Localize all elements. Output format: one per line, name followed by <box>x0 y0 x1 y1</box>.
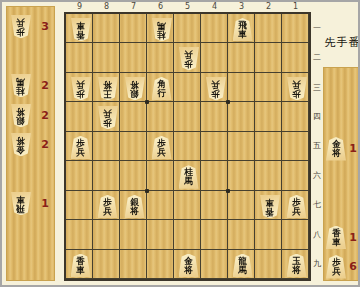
koma-kanji: 歩 <box>184 59 193 68</box>
koma-kanji: 兵 <box>103 108 112 117</box>
koma-kanji: 金 <box>17 144 26 153</box>
koma-kanji: 将 <box>17 135 26 144</box>
hand-piece-gote-桂馬[interactable]: 桂馬 <box>11 74 31 98</box>
column-label-6: 6 <box>147 2 174 11</box>
shogi-piece-6五[interactable]: 歩兵 <box>152 136 172 160</box>
koma-kanji: 歩 <box>103 118 112 127</box>
hand-piece-sente-金将[interactable]: 金将 <box>326 137 346 161</box>
shogi-piece-7七[interactable]: 銀将 <box>125 195 145 219</box>
koma-kanji: 兵 <box>76 148 85 157</box>
koma-kanji: 飛 <box>17 203 26 212</box>
column-label-4: 4 <box>201 2 228 11</box>
hand-piece-gote-飛車[interactable]: 飛車 <box>11 192 31 216</box>
shogi-piece-8三[interactable]: 王将 <box>98 77 118 101</box>
row-label-3: 三 <box>311 83 323 93</box>
shogi-piece-6一[interactable]: 桂馬 <box>152 18 172 42</box>
koma-kanji: 将 <box>130 207 139 216</box>
shogi-piece-8七[interactable]: 歩兵 <box>98 195 118 219</box>
koma-kanji: 車 <box>17 194 26 203</box>
koma-kanji: 車 <box>76 20 85 29</box>
hand-piece-sente-香車[interactable]: 香車 <box>326 226 346 250</box>
turn-indicator: 先手番 <box>323 35 360 50</box>
row-label-1: 一 <box>311 24 323 34</box>
koma-kanji: 兵 <box>17 17 26 26</box>
shogi-app-window: 歩兵3桂馬2銀将2金将2飛車1 香車桂馬飛車歩兵歩兵王将銀将角行歩兵歩兵歩兵歩兵… <box>0 0 360 287</box>
sente-hand-tray[interactable]: 金将1香車1歩兵6 <box>323 67 359 281</box>
shogi-piece-2七[interactable]: 香車 <box>260 195 280 219</box>
koma-kanji: 兵 <box>76 79 85 88</box>
shogi-piece-8四[interactable]: 歩兵 <box>98 106 118 130</box>
hand-count-sente-香車: 1 <box>346 231 360 245</box>
koma-kanji: 将 <box>17 106 26 115</box>
koma-kanji: 兵 <box>184 50 193 59</box>
koma-kanji: 馬 <box>157 20 166 29</box>
row-label-4: 四 <box>311 112 323 122</box>
shogi-piece-7三[interactable]: 銀将 <box>125 77 145 101</box>
hand-piece-gote-銀将[interactable]: 銀将 <box>11 104 31 128</box>
koma-kanji: 歩 <box>292 88 301 97</box>
row-label-6: 六 <box>311 171 323 181</box>
hand-count-gote-飛車: 1 <box>38 197 52 211</box>
column-label-8: 8 <box>93 2 120 11</box>
shogi-piece-1三[interactable]: 歩兵 <box>287 77 307 101</box>
hand-count-gote-金将: 2 <box>38 138 52 152</box>
shogi-piece-9九[interactable]: 香車 <box>71 254 91 278</box>
koma-kanji: 兵 <box>332 267 341 276</box>
shogi-piece-1九[interactable]: 玉将 <box>287 254 307 278</box>
gote-hand-tray[interactable]: 歩兵3桂馬2銀将2金将2飛車1 <box>6 6 55 281</box>
shogi-board[interactable]: 香車桂馬飛車歩兵歩兵王将銀将角行歩兵歩兵歩兵歩兵歩兵桂馬歩兵銀将香車歩兵香車金将… <box>64 12 311 281</box>
row-label-2: 二 <box>311 53 323 63</box>
koma-kanji: 桂 <box>157 29 166 38</box>
shogi-piece-9五[interactable]: 歩兵 <box>71 136 91 160</box>
koma-kanji: 車 <box>76 266 85 275</box>
koma-kanji: 馬 <box>17 76 26 85</box>
koma-kanji: 車 <box>332 238 341 247</box>
koma-kanji: 兵 <box>292 207 301 216</box>
hand-count-sente-金将: 1 <box>346 142 360 156</box>
koma-kanji: 香 <box>76 29 85 38</box>
shogi-piece-1七[interactable]: 歩兵 <box>287 195 307 219</box>
koma-kanji: 馬 <box>238 266 247 275</box>
koma-kanji: 将 <box>103 79 112 88</box>
hoshi-dot <box>226 100 230 104</box>
hand-count-gote-桂馬: 2 <box>38 79 52 93</box>
column-label-7: 7 <box>120 2 147 11</box>
row-label-8: 八 <box>311 230 323 240</box>
koma-kanji: 車 <box>265 197 274 206</box>
koma-kanji: 兵 <box>103 207 112 216</box>
koma-kanji: 銀 <box>130 88 139 97</box>
hand-count-gote-歩兵: 3 <box>38 20 52 34</box>
koma-kanji: 歩 <box>211 88 220 97</box>
column-label-3: 3 <box>228 2 255 11</box>
shogi-piece-5九[interactable]: 金将 <box>179 254 199 278</box>
column-label-1: 1 <box>282 2 309 11</box>
row-label-9: 九 <box>311 259 323 269</box>
koma-kanji: 桂 <box>17 85 26 94</box>
koma-kanji: 王 <box>103 88 112 97</box>
koma-kanji: 兵 <box>157 148 166 157</box>
shogi-piece-3九[interactable]: 龍馬 <box>233 254 253 278</box>
shogi-piece-5六[interactable]: 桂馬 <box>179 165 199 189</box>
hoshi-dot <box>145 100 149 104</box>
hand-count-gote-銀将: 2 <box>38 109 52 123</box>
shogi-piece-3一[interactable]: 飛車 <box>233 18 253 42</box>
koma-kanji: 将 <box>332 149 341 158</box>
hand-piece-sente-歩兵[interactable]: 歩兵 <box>326 255 346 279</box>
column-label-5: 5 <box>174 2 201 11</box>
hoshi-dot <box>226 189 230 193</box>
hand-piece-gote-歩兵[interactable]: 歩兵 <box>11 15 31 39</box>
hand-count-sente-歩兵: 6 <box>346 260 360 274</box>
koma-kanji: 車 <box>238 30 247 39</box>
shogi-piece-4三[interactable]: 歩兵 <box>206 77 226 101</box>
shogi-piece-9三[interactable]: 歩兵 <box>71 77 91 101</box>
koma-kanji: 香 <box>265 206 274 215</box>
hoshi-dot <box>145 189 149 193</box>
koma-kanji: 兵 <box>211 79 220 88</box>
koma-kanji: 将 <box>292 266 301 275</box>
row-label-5: 五 <box>311 141 323 151</box>
koma-kanji: 兵 <box>292 79 301 88</box>
koma-kanji: 歩 <box>17 26 26 35</box>
hand-piece-gote-金将[interactable]: 金将 <box>11 133 31 157</box>
shogi-piece-6三[interactable]: 角行 <box>152 77 172 101</box>
koma-kanji: 馬 <box>184 177 193 186</box>
column-label-9: 9 <box>66 2 93 11</box>
koma-kanji: 行 <box>157 89 166 98</box>
koma-kanji: 将 <box>130 79 139 88</box>
row-label-7: 七 <box>311 200 323 210</box>
column-label-2: 2 <box>255 2 282 11</box>
koma-kanji: 将 <box>184 266 193 275</box>
koma-kanji: 歩 <box>76 88 85 97</box>
shogi-piece-9一[interactable]: 香車 <box>71 18 91 42</box>
shogi-piece-5二[interactable]: 歩兵 <box>179 47 199 71</box>
